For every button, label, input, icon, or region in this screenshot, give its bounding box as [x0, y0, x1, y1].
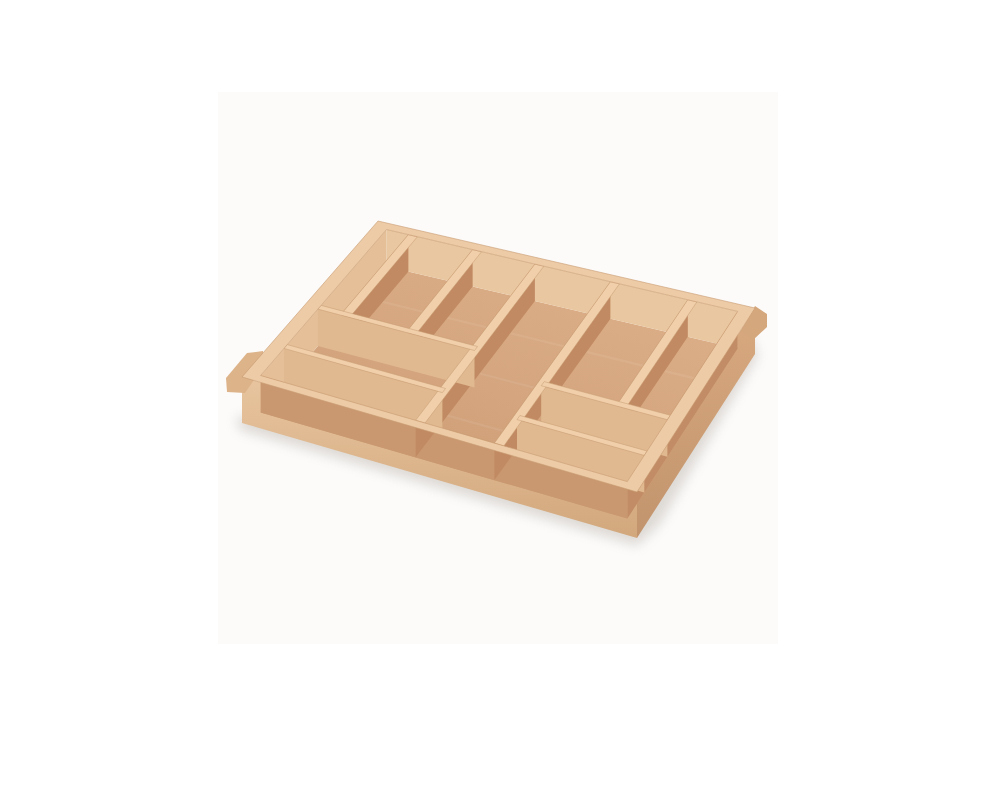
product-photo-canvas [0, 0, 1000, 800]
cutlery-tray-image [0, 0, 1000, 800]
